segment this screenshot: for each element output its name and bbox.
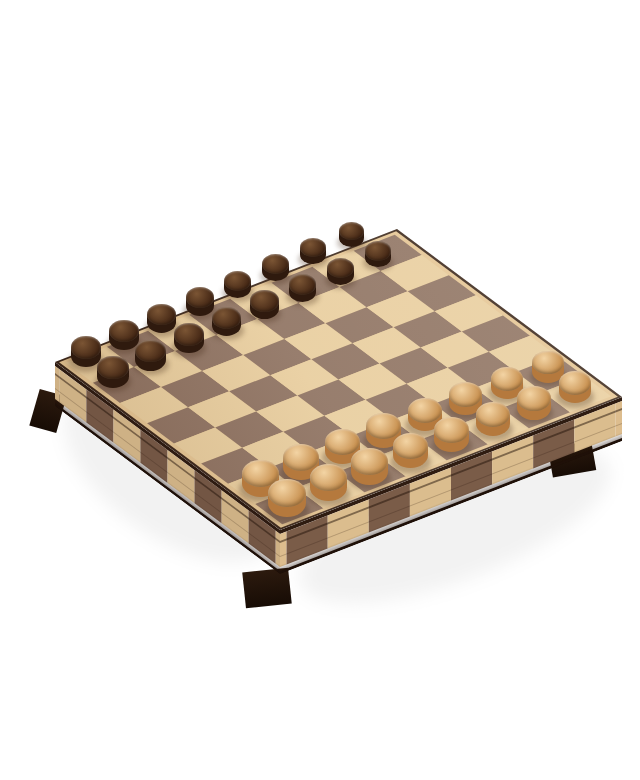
checker-piece-dark[interactable] bbox=[365, 241, 391, 267]
box-foot-near bbox=[242, 568, 292, 609]
checker-piece-dark[interactable] bbox=[174, 323, 204, 353]
piece-top bbox=[339, 222, 364, 241]
piece-top bbox=[559, 371, 591, 395]
checker-piece-dark[interactable] bbox=[224, 271, 252, 299]
piece-top bbox=[517, 386, 550, 411]
checker-piece-light[interactable] bbox=[310, 464, 347, 501]
checker-piece-dark[interactable] bbox=[300, 238, 326, 264]
piece-top bbox=[327, 258, 354, 278]
checker-piece-dark[interactable] bbox=[186, 287, 214, 315]
checker-piece-dark[interactable] bbox=[339, 222, 364, 247]
checker-piece-light[interactable] bbox=[268, 479, 306, 517]
piece-top bbox=[351, 448, 387, 475]
checker-piece-light[interactable] bbox=[517, 386, 550, 419]
checker-piece-light[interactable] bbox=[434, 417, 469, 452]
checker-piece-dark[interactable] bbox=[147, 304, 176, 333]
checker-piece-dark[interactable] bbox=[262, 254, 289, 281]
checker-piece-dark[interactable] bbox=[109, 320, 139, 350]
checker-piece-dark[interactable] bbox=[289, 274, 317, 302]
piece-top bbox=[174, 323, 204, 345]
checker-piece-dark[interactable] bbox=[97, 356, 129, 388]
piece-top bbox=[310, 464, 347, 491]
piece-top bbox=[289, 274, 317, 295]
checker-piece-light[interactable] bbox=[351, 448, 387, 484]
checker-piece-light[interactable] bbox=[476, 402, 510, 436]
checker-piece-light[interactable] bbox=[393, 433, 429, 469]
checker-piece-dark[interactable] bbox=[212, 307, 241, 336]
piece-top bbox=[109, 320, 139, 342]
piece-top bbox=[434, 417, 469, 443]
checker-piece-light[interactable] bbox=[559, 371, 591, 403]
checker-piece-dark[interactable] bbox=[250, 290, 279, 319]
checker-piece-dark[interactable] bbox=[135, 340, 166, 371]
piece-top bbox=[212, 307, 241, 329]
product-photo bbox=[0, 0, 640, 780]
piece-top bbox=[186, 287, 214, 308]
piece-top bbox=[476, 402, 510, 427]
checker-piece-dark[interactable] bbox=[327, 258, 354, 285]
piece-top bbox=[250, 290, 279, 311]
piece-top bbox=[365, 241, 391, 260]
